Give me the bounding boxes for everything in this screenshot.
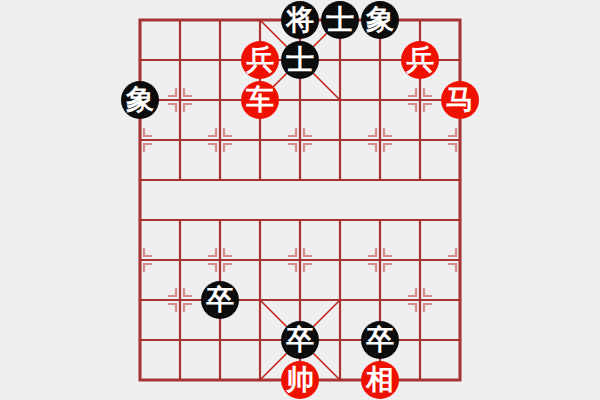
piece-red-elephant[interactable]: 相 [361, 361, 399, 399]
piece-red-pawn[interactable]: 兵 [401, 41, 439, 79]
piece-black-advisor[interactable]: 士 [281, 41, 319, 79]
piece-red-pawn[interactable]: 兵 [241, 41, 279, 79]
piece-black-pawn[interactable]: 卒 [281, 321, 319, 359]
piece-black-advisor[interactable]: 士 [321, 1, 359, 39]
piece-black-general[interactable]: 将 [281, 1, 319, 39]
piece-black-pawn[interactable]: 卒 [201, 281, 239, 319]
piece-black-elephant[interactable]: 象 [121, 81, 159, 119]
piece-red-horse[interactable]: 马 [441, 81, 479, 119]
piece-red-chariot[interactable]: 车 [241, 81, 279, 119]
piece-red-general[interactable]: 帅 [281, 361, 319, 399]
xiangqi-board-screenshot: 将士象士象卒卒卒兵兵车马帅相 [0, 0, 600, 400]
board-intersections: 将士象士象卒卒卒兵兵车马帅相 [120, 0, 480, 400]
piece-black-pawn[interactable]: 卒 [361, 321, 399, 359]
piece-black-elephant[interactable]: 象 [361, 1, 399, 39]
